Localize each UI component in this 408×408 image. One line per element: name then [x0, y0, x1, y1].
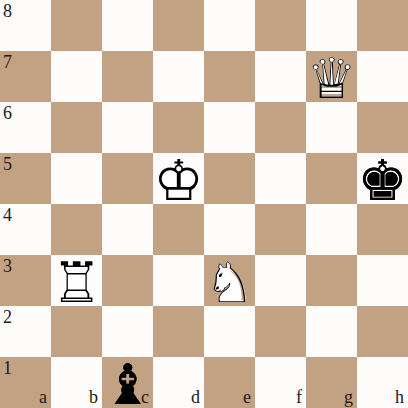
- square-b3[interactable]: ♜♖: [51, 255, 102, 306]
- square-h1[interactable]: h: [357, 357, 408, 408]
- square-f7[interactable]: [255, 51, 306, 102]
- white-queen-glyph-outline: ♕: [306, 53, 357, 104]
- rank-label-3: 3: [3, 257, 12, 275]
- square-e8[interactable]: [204, 0, 255, 51]
- file-label-f: f: [296, 388, 302, 406]
- file-label-h: h: [395, 388, 404, 406]
- piece-white-rook[interactable]: ♜♖: [51, 255, 102, 306]
- square-c3[interactable]: [102, 255, 153, 306]
- square-a3[interactable]: 3: [0, 255, 51, 306]
- square-c6[interactable]: [102, 102, 153, 153]
- white-rook-glyph-fill: ♜: [51, 257, 102, 308]
- square-b4[interactable]: [51, 204, 102, 255]
- square-c5[interactable]: [102, 153, 153, 204]
- square-f1[interactable]: f: [255, 357, 306, 408]
- white-queen-glyph-fill: ♛: [306, 53, 357, 104]
- square-c2[interactable]: [102, 306, 153, 357]
- square-c7[interactable]: [102, 51, 153, 102]
- square-g1[interactable]: g: [306, 357, 357, 408]
- square-g6[interactable]: [306, 102, 357, 153]
- square-d5[interactable]: ♚♔: [153, 153, 204, 204]
- square-e7[interactable]: [204, 51, 255, 102]
- white-rook-glyph-outline: ♖: [51, 257, 102, 308]
- square-d1[interactable]: d: [153, 357, 204, 408]
- square-g7[interactable]: ♛♕: [306, 51, 357, 102]
- rank-label-1: 1: [3, 359, 12, 377]
- square-h7[interactable]: [357, 51, 408, 102]
- square-e2[interactable]: [204, 306, 255, 357]
- square-g5[interactable]: [306, 153, 357, 204]
- square-h3[interactable]: [357, 255, 408, 306]
- square-a8[interactable]: 8: [0, 0, 51, 51]
- square-e5[interactable]: [204, 153, 255, 204]
- square-h8[interactable]: [357, 0, 408, 51]
- square-d3[interactable]: [153, 255, 204, 306]
- square-c8[interactable]: [102, 0, 153, 51]
- file-label-d: d: [191, 388, 200, 406]
- white-knight-glyph-fill: ♞: [204, 257, 255, 308]
- square-g2[interactable]: [306, 306, 357, 357]
- square-a4[interactable]: 4: [0, 204, 51, 255]
- square-d4[interactable]: [153, 204, 204, 255]
- white-king-glyph-outline: ♔: [153, 155, 204, 206]
- file-label-a: a: [39, 388, 47, 406]
- square-d2[interactable]: [153, 306, 204, 357]
- white-king-glyph-fill: ♚: [153, 155, 204, 206]
- square-g8[interactable]: [306, 0, 357, 51]
- square-e6[interactable]: [204, 102, 255, 153]
- black-bishop-glyph-outline: ♝: [102, 359, 153, 408]
- black-bishop-glyph-fill: ♝: [102, 359, 153, 408]
- square-a2[interactable]: 2: [0, 306, 51, 357]
- square-b7[interactable]: [51, 51, 102, 102]
- square-f4[interactable]: [255, 204, 306, 255]
- square-c1[interactable]: c♝♝: [102, 357, 153, 408]
- white-knight-glyph-outline: ♘: [204, 257, 255, 308]
- file-label-b: b: [89, 388, 98, 406]
- chess-board: 87♛♕65♚♔♚♚43♜♖♞♘21abc♝♝defgh: [0, 0, 408, 408]
- square-e4[interactable]: [204, 204, 255, 255]
- file-label-e: e: [243, 388, 251, 406]
- rank-label-6: 6: [3, 104, 12, 122]
- rank-label-8: 8: [3, 2, 12, 20]
- square-f8[interactable]: [255, 0, 306, 51]
- square-a7[interactable]: 7: [0, 51, 51, 102]
- square-a5[interactable]: 5: [0, 153, 51, 204]
- square-d6[interactable]: [153, 102, 204, 153]
- rank-label-4: 4: [3, 206, 12, 224]
- rank-label-5: 5: [3, 155, 12, 173]
- square-d7[interactable]: [153, 51, 204, 102]
- square-c4[interactable]: [102, 204, 153, 255]
- square-g3[interactable]: [306, 255, 357, 306]
- square-b5[interactable]: [51, 153, 102, 204]
- black-king-glyph-fill: ♚: [357, 155, 408, 206]
- square-f2[interactable]: [255, 306, 306, 357]
- piece-white-queen[interactable]: ♛♕: [306, 51, 357, 102]
- piece-black-bishop[interactable]: ♝♝: [102, 357, 153, 408]
- rank-label-2: 2: [3, 308, 12, 326]
- square-b1[interactable]: b: [51, 357, 102, 408]
- square-h5[interactable]: ♚♚: [357, 153, 408, 204]
- square-f5[interactable]: [255, 153, 306, 204]
- square-e1[interactable]: e: [204, 357, 255, 408]
- square-g4[interactable]: [306, 204, 357, 255]
- piece-black-king[interactable]: ♚♚: [357, 153, 408, 204]
- square-a6[interactable]: 6: [0, 102, 51, 153]
- square-b8[interactable]: [51, 0, 102, 51]
- rank-label-7: 7: [3, 53, 12, 71]
- square-d8[interactable]: [153, 0, 204, 51]
- square-f6[interactable]: [255, 102, 306, 153]
- square-f3[interactable]: [255, 255, 306, 306]
- file-label-g: g: [344, 388, 353, 406]
- square-h4[interactable]: [357, 204, 408, 255]
- piece-white-king[interactable]: ♚♔: [153, 153, 204, 204]
- square-a1[interactable]: 1a: [0, 357, 51, 408]
- piece-white-knight[interactable]: ♞♘: [204, 255, 255, 306]
- black-king-glyph-outline: ♚: [357, 155, 408, 206]
- square-h2[interactable]: [357, 306, 408, 357]
- square-b6[interactable]: [51, 102, 102, 153]
- square-h6[interactable]: [357, 102, 408, 153]
- square-e3[interactable]: ♞♘: [204, 255, 255, 306]
- square-b2[interactable]: [51, 306, 102, 357]
